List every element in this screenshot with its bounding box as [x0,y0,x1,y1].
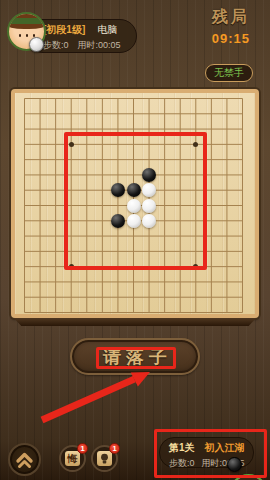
black-stone [111,214,125,228]
stage-name: 初入江湖 [205,441,245,455]
undo-count-badge: 1 [77,443,88,454]
white-stone [127,214,141,228]
opponent-move-count: 步数:0 [43,39,69,52]
chevron-up-icon [10,445,39,474]
undo-card-icon: 悔 [65,451,80,466]
star-point [69,142,74,147]
expand-menu-button[interactable] [8,443,41,476]
place-stone-label: 请落子 [98,345,172,369]
player-black-stone-icon [227,457,242,472]
mode-title: 残局 [212,7,250,28]
undo-button[interactable]: 悔 1 [59,445,86,472]
white-stone [142,199,156,213]
hint-button[interactable]: 1 [91,445,118,472]
board-3d-edge [14,318,256,326]
black-stone [127,183,141,197]
white-stone [142,214,156,228]
opponent-rank: [初段1级] [43,23,85,37]
player-avatar [229,474,268,480]
opponent-white-stone-icon [29,37,44,52]
hint-bulb-icon [97,451,112,466]
stage-number: 第1关 [169,441,195,455]
undo-glyph: 悔 [68,454,78,464]
avatar-face-icon [26,34,29,37]
mode-block: 残局 09:15 [212,7,250,46]
game-screen: [初段1级] 电脑 步数:0 用时:00:05 残局 09:15 无禁手 请落子 [0,0,270,480]
player-move-count: 步数:0 [169,457,195,470]
place-stone-button[interactable]: 请落子 [70,338,200,375]
hint-count-badge: 1 [109,443,120,454]
opponent-name: 电脑 [97,23,117,37]
black-stone [142,168,156,182]
star-point [69,264,74,269]
board-grid[interactable] [24,98,242,312]
white-stone [127,199,141,213]
opponent-time-used: 用时:00:05 [78,39,121,52]
countdown-timer: 09:15 [212,31,250,46]
rule-badge-no-forbidden: 无禁手 [205,64,253,82]
